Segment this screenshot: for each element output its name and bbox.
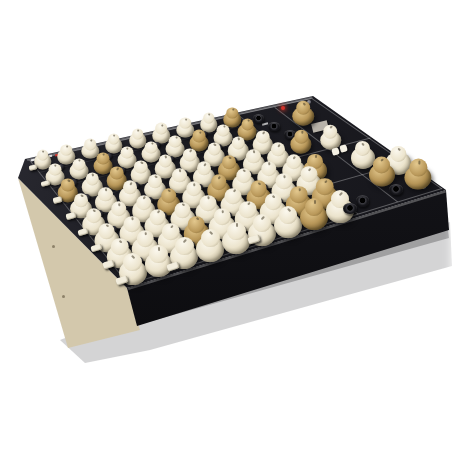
knob-brass xyxy=(292,101,314,126)
knob-pointer-slot xyxy=(268,163,270,166)
jack-socket xyxy=(343,203,357,214)
knob-cap xyxy=(73,158,86,170)
knob-cap xyxy=(373,157,390,174)
knob-pointer-slot xyxy=(418,161,420,165)
knob-cap xyxy=(61,144,73,155)
knob-pointer-slot xyxy=(299,188,301,192)
knob-pointer-slot xyxy=(140,162,143,165)
knob-cap xyxy=(84,139,96,150)
knob-cap xyxy=(305,198,323,216)
knob-cap xyxy=(37,149,49,160)
knob-pointer-slot xyxy=(243,169,247,172)
knob-pointer-slot xyxy=(116,167,119,170)
knob-pointer-slot xyxy=(80,195,83,198)
knob-pointer-slot xyxy=(161,124,164,127)
knob-cap xyxy=(149,245,167,263)
knob-pointer-slot xyxy=(67,180,70,183)
knob-pointer-slot xyxy=(315,155,317,158)
knob-pointer-slot xyxy=(137,129,140,132)
knob-pointer-slot xyxy=(222,210,224,214)
knob-pointer-slot xyxy=(102,153,105,156)
knob-cap xyxy=(217,124,230,136)
knob-pointer-slot xyxy=(381,158,385,162)
knob-brass xyxy=(405,159,432,190)
knob-pointer-slot xyxy=(208,196,210,199)
knob-pointer-slot xyxy=(287,208,291,212)
knob-pointer-slot xyxy=(199,131,202,134)
knob-cap xyxy=(145,141,158,153)
knob-cap xyxy=(110,167,124,180)
knob-cap xyxy=(98,223,114,239)
knob-cap xyxy=(132,128,144,139)
knob-pointer-slot xyxy=(54,165,57,168)
knob-pointer-slot xyxy=(324,180,328,184)
knob-cap xyxy=(155,123,167,134)
knob-pointer-slot xyxy=(66,145,69,148)
knob-cream xyxy=(274,206,302,238)
knob-cap xyxy=(294,130,308,144)
jack-socket xyxy=(356,195,370,206)
panel-controls-layer xyxy=(0,0,452,452)
knob-pointer-slot xyxy=(118,240,122,244)
knob-pointer-slot xyxy=(330,126,333,129)
knob-cream xyxy=(222,222,250,254)
knob-cap xyxy=(323,125,337,139)
knob-cap xyxy=(159,155,173,168)
knob-pointer-slot xyxy=(262,132,265,135)
knob-brass xyxy=(300,198,328,230)
knob-pointer-slot xyxy=(277,144,280,147)
knob-pointer-slot xyxy=(272,195,276,199)
knob-pointer-slot xyxy=(170,225,174,229)
knob-pointer-slot xyxy=(129,182,132,185)
knob-pointer-slot xyxy=(158,247,160,251)
knob-cap xyxy=(193,130,206,142)
knob-pointer-slot xyxy=(132,217,134,220)
knob-cap xyxy=(241,119,254,131)
product-photo-scene xyxy=(0,0,452,452)
knob-pointer-slot xyxy=(189,150,192,153)
knob-pointer-slot xyxy=(284,175,286,178)
knob-pointer-slot xyxy=(213,144,216,147)
knob-pointer-slot xyxy=(156,210,160,214)
knob-pointer-slot xyxy=(179,169,182,172)
knob-cap xyxy=(121,147,134,159)
power-led xyxy=(281,106,285,110)
knob-cap xyxy=(227,222,245,240)
knob-pointer-slot xyxy=(90,140,93,143)
knob-pointer-slot xyxy=(261,215,265,219)
knob-pointer-slot xyxy=(208,113,211,116)
knob-pointer-slot xyxy=(247,119,250,122)
knob-cap xyxy=(279,206,297,224)
knob-pointer-slot xyxy=(253,150,256,153)
knob-pointer-slot xyxy=(106,225,110,228)
knob-cream xyxy=(320,125,342,150)
knob-pointer-slot xyxy=(118,203,121,206)
knob-pointer-slot xyxy=(184,119,187,122)
jack-socket xyxy=(389,184,403,195)
knob-cap xyxy=(86,173,100,186)
knob-pointer-slot xyxy=(293,156,296,160)
knob-pointer-slot xyxy=(308,168,312,172)
knob-pointer-slot xyxy=(397,147,401,151)
knob-pointer-slot xyxy=(143,196,146,200)
knob-pointer-slot xyxy=(168,189,172,192)
knob-cap xyxy=(49,164,62,176)
knob-cap xyxy=(227,107,239,118)
knob-pointer-slot xyxy=(339,192,343,196)
knob-pointer-slot xyxy=(223,125,226,128)
knob-pointer-slot xyxy=(165,156,168,159)
knob-cap xyxy=(134,161,148,174)
knob-pointer-slot xyxy=(257,182,261,186)
knob-pointer-slot xyxy=(92,174,95,177)
knob-pointer-slot xyxy=(126,148,129,151)
knob-pointer-slot xyxy=(175,136,178,139)
knob-cap xyxy=(175,237,193,255)
knob-cap xyxy=(253,214,271,232)
knob-pointer-slot xyxy=(42,150,45,153)
knob-cap xyxy=(61,179,75,192)
knob-pointer-slot xyxy=(218,176,221,180)
knob-cap xyxy=(203,112,215,123)
knob-pointer-slot xyxy=(193,183,195,186)
knob-pointer-slot xyxy=(228,156,231,159)
knob-cap xyxy=(123,253,141,271)
side-screw xyxy=(52,245,55,248)
knob-cap xyxy=(108,134,120,145)
knob-pointer-slot xyxy=(232,108,235,111)
knob-pointer-slot xyxy=(209,231,213,235)
knob-cream xyxy=(145,245,173,277)
knob-pointer-slot xyxy=(105,188,108,191)
knob-cap xyxy=(201,229,219,247)
knob-pointer-slot xyxy=(301,131,303,134)
side-screw xyxy=(62,295,65,298)
knob-pointer-slot xyxy=(145,232,147,236)
knob-pointer-slot xyxy=(203,163,206,166)
knob-pointer-slot xyxy=(302,102,305,105)
knob-pointer-slot xyxy=(362,142,366,146)
knob-pointer-slot xyxy=(183,239,187,243)
knob-pointer-slot xyxy=(314,200,316,204)
knob-brass xyxy=(290,130,311,155)
knob-cap xyxy=(179,118,191,129)
knob-pointer-slot xyxy=(154,176,157,179)
knob-pointer-slot xyxy=(236,223,238,227)
knob-cap xyxy=(409,159,427,177)
knob-cap xyxy=(207,143,221,156)
knob-pointer-slot xyxy=(247,202,251,206)
knob-pointer-slot xyxy=(151,142,154,145)
knob-brass xyxy=(369,157,395,187)
knob-pointer-slot xyxy=(195,217,199,221)
knob-pointer-slot xyxy=(238,138,241,141)
knob-pointer-slot xyxy=(79,159,82,162)
knob-pointer-slot xyxy=(93,210,97,213)
knob-pointer-slot xyxy=(182,203,186,207)
knob-pointer-slot xyxy=(131,254,135,258)
knob-pointer-slot xyxy=(232,189,236,193)
knob-cap xyxy=(183,149,197,162)
push-button xyxy=(339,144,348,152)
knob-cap xyxy=(97,152,110,164)
knob-cream xyxy=(196,229,224,261)
knob-cap xyxy=(169,135,182,147)
knob-pointer-slot xyxy=(113,134,116,137)
knob-cap xyxy=(296,101,310,115)
knob-cap xyxy=(232,137,246,150)
